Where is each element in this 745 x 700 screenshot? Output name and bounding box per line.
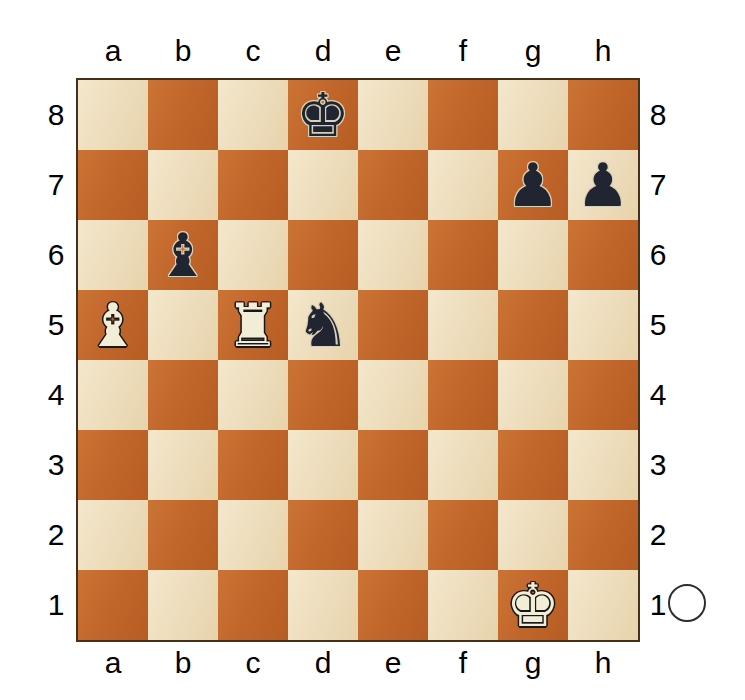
square-h8[interactable] <box>568 80 638 150</box>
square-c7[interactable] <box>218 150 288 220</box>
rank-label-8-right: 8 <box>642 80 674 150</box>
square-f6[interactable] <box>428 220 498 290</box>
square-c3[interactable] <box>218 430 288 500</box>
square-g4[interactable] <box>498 360 568 430</box>
rank-label-8-left: 8 <box>40 80 72 150</box>
file-label-f-top: f <box>428 32 498 70</box>
file-labels-bottom: abcdefgh <box>78 644 638 682</box>
rank-label-4-right: 4 <box>642 360 674 430</box>
rank-label-6-left: 6 <box>40 220 72 290</box>
black-knight-d5[interactable]: ♞ <box>296 290 350 360</box>
square-a7[interactable] <box>78 150 148 220</box>
rank-label-7-left: 7 <box>40 150 72 220</box>
file-label-f-bottom: f <box>428 644 498 682</box>
square-h6[interactable] <box>568 220 638 290</box>
file-label-a-top: a <box>78 32 148 70</box>
file-label-g-top: g <box>498 32 568 70</box>
rank-label-3-left: 3 <box>40 430 72 500</box>
square-c8[interactable] <box>218 80 288 150</box>
file-label-b-bottom: b <box>148 644 218 682</box>
rank-label-3-right: 3 <box>642 430 674 500</box>
square-f3[interactable] <box>428 430 498 500</box>
square-h2[interactable] <box>568 500 638 570</box>
rank-labels-left: 87654321 <box>40 80 72 640</box>
black-pawn-h7[interactable]: ♟ <box>576 150 630 220</box>
white-bishop-a5[interactable]: ♝ <box>86 290 140 360</box>
square-g6[interactable] <box>498 220 568 290</box>
square-e5[interactable] <box>358 290 428 360</box>
square-d3[interactable] <box>288 430 358 500</box>
square-a2[interactable] <box>78 500 148 570</box>
rank-label-5-left: 5 <box>40 290 72 360</box>
file-label-d-bottom: d <box>288 644 358 682</box>
black-pawn-g7[interactable]: ♟ <box>506 150 560 220</box>
square-f8[interactable] <box>428 80 498 150</box>
square-a3[interactable] <box>78 430 148 500</box>
square-d7[interactable] <box>288 150 358 220</box>
white-king-g1[interactable]: ♚ <box>506 570 560 640</box>
file-label-e-top: e <box>358 32 428 70</box>
square-e4[interactable] <box>358 360 428 430</box>
square-e3[interactable] <box>358 430 428 500</box>
rank-label-2-left: 2 <box>40 500 72 570</box>
square-b7[interactable] <box>148 150 218 220</box>
square-e6[interactable] <box>358 220 428 290</box>
square-g3[interactable] <box>498 430 568 500</box>
file-label-h-bottom: h <box>568 644 638 682</box>
square-c5[interactable]: ♜ <box>218 290 288 360</box>
rank-label-2-right: 2 <box>642 500 674 570</box>
square-a5[interactable]: ♝ <box>78 290 148 360</box>
rank-label-5-right: 5 <box>642 290 674 360</box>
square-d4[interactable] <box>288 360 358 430</box>
square-f2[interactable] <box>428 500 498 570</box>
square-g2[interactable] <box>498 500 568 570</box>
white-rook-c5[interactable]: ♜ <box>226 290 280 360</box>
square-a4[interactable] <box>78 360 148 430</box>
square-b3[interactable] <box>148 430 218 500</box>
black-bishop-b6[interactable]: ♝ <box>156 220 210 290</box>
file-label-c-top: c <box>218 32 288 70</box>
square-h4[interactable] <box>568 360 638 430</box>
square-h1[interactable] <box>568 570 638 640</box>
file-label-c-bottom: c <box>218 644 288 682</box>
square-f4[interactable] <box>428 360 498 430</box>
chess-board: ♚♟♟♝♝♜♞♚ <box>78 80 638 640</box>
square-f7[interactable] <box>428 150 498 220</box>
square-d2[interactable] <box>288 500 358 570</box>
square-h7[interactable]: ♟ <box>568 150 638 220</box>
square-e8[interactable] <box>358 80 428 150</box>
rank-label-7-right: 7 <box>642 150 674 220</box>
file-labels-top: abcdefgh <box>78 32 638 70</box>
square-h3[interactable] <box>568 430 638 500</box>
rank-label-1-left: 1 <box>40 570 72 640</box>
square-c1[interactable] <box>218 570 288 640</box>
square-a1[interactable] <box>78 570 148 640</box>
black-king-d8[interactable]: ♚ <box>296 80 350 150</box>
square-g7[interactable]: ♟ <box>498 150 568 220</box>
square-e1[interactable] <box>358 570 428 640</box>
square-a8[interactable] <box>78 80 148 150</box>
square-a6[interactable] <box>78 220 148 290</box>
square-b8[interactable] <box>148 80 218 150</box>
square-c4[interactable] <box>218 360 288 430</box>
square-d1[interactable] <box>288 570 358 640</box>
rank-label-4-left: 4 <box>40 360 72 430</box>
file-label-a-bottom: a <box>78 644 148 682</box>
square-d5[interactable]: ♞ <box>288 290 358 360</box>
square-b1[interactable] <box>148 570 218 640</box>
file-label-g-bottom: g <box>498 644 568 682</box>
file-label-d-top: d <box>288 32 358 70</box>
square-b2[interactable] <box>148 500 218 570</box>
rank-labels-right: 87654321 <box>642 80 674 640</box>
square-g8[interactable] <box>498 80 568 150</box>
square-b4[interactable] <box>148 360 218 430</box>
file-label-b-top: b <box>148 32 218 70</box>
square-c6[interactable] <box>218 220 288 290</box>
side-to-move-indicator <box>668 584 706 622</box>
square-g5[interactable] <box>498 290 568 360</box>
chess-diagram: abcdefgh 87654321 ♚♟♟♝♝♜♞♚ 87654321 abcd… <box>0 0 745 700</box>
square-d8[interactable]: ♚ <box>288 80 358 150</box>
square-d6[interactable] <box>288 220 358 290</box>
square-f1[interactable] <box>428 570 498 640</box>
square-b5[interactable] <box>148 290 218 360</box>
square-e7[interactable] <box>358 150 428 220</box>
square-b6[interactable]: ♝ <box>148 220 218 290</box>
square-f5[interactable] <box>428 290 498 360</box>
rank-label-6-right: 6 <box>642 220 674 290</box>
file-label-e-bottom: e <box>358 644 428 682</box>
square-c2[interactable] <box>218 500 288 570</box>
square-g1[interactable]: ♚ <box>498 570 568 640</box>
square-e2[interactable] <box>358 500 428 570</box>
square-h5[interactable] <box>568 290 638 360</box>
file-label-h-top: h <box>568 32 638 70</box>
